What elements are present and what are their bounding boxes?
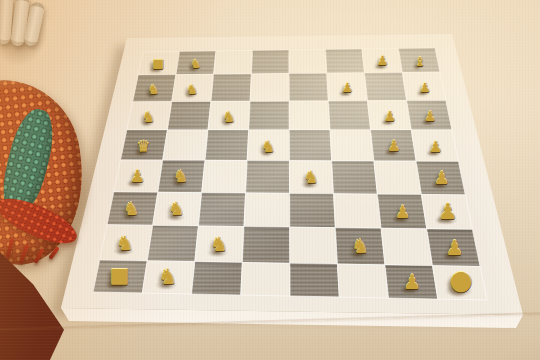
piece-b4-horse: ♞	[173, 169, 188, 186]
piece-g3-animal: ♟	[395, 204, 411, 221]
piece-h3-animal: ♟	[438, 201, 458, 223]
piece-f7-animal: ♟	[342, 82, 353, 95]
piece-h4-animal: ♟	[434, 170, 450, 188]
piece-h7-animal: ♟	[419, 82, 430, 95]
piece-a2-horse: ♞	[116, 234, 134, 254]
piece-a8-cube: ◼	[152, 56, 164, 70]
piece-a7-horse: ♞	[148, 83, 160, 96]
piece-f2-horse: ♞	[352, 237, 370, 257]
piece-h1-ball: ●	[449, 267, 472, 293]
piece-g6-animal: ♟	[384, 110, 396, 124]
piece-e4-horse: ♞	[304, 170, 319, 187]
piece-a6-horse: ♞	[142, 110, 155, 124]
museum-display-photo: ◼♞♟♝♞♞♟♟♞♞♟♟♛♞♟♟♟♞♞♟♞♞♟♟♞♞♞♟◼♞♟●	[0, 0, 540, 360]
piece-h8-bird: ♝	[414, 55, 425, 67]
piece-g8-figure: ♟	[377, 55, 388, 68]
piece-d5-horse: ♞	[262, 139, 276, 155]
piece-g5-animal: ♟	[387, 140, 400, 155]
piece-a1-cube: ◼	[109, 263, 129, 287]
piece-a5-pot: ♛	[136, 138, 150, 154]
piece-h6-animal: ♟	[424, 110, 436, 124]
piece-a3-horse: ♞	[123, 200, 139, 218]
piece-b8-horse: ♞	[190, 58, 201, 70]
piece-c2-horse: ♞	[210, 235, 228, 255]
piece-b3-horse: ♞	[169, 201, 185, 219]
piece-c6-horse: ♞	[222, 110, 235, 124]
piece-b7-horse: ♞	[186, 83, 198, 96]
piece-a4-figure: ♟	[130, 169, 145, 186]
piece-h5-animal: ♟	[429, 140, 442, 155]
piece-g1-animal: ♟	[403, 272, 421, 292]
piece-h2-animal: ♟	[445, 238, 464, 259]
piece-b1-horse: ♞	[159, 266, 178, 287]
